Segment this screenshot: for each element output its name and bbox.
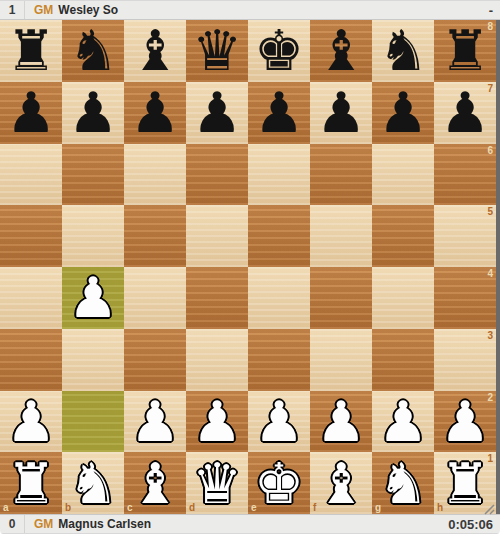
file-label-c: c: [127, 503, 133, 513]
square-f7[interactable]: ♟: [310, 82, 372, 144]
square-h3[interactable]: 3: [434, 329, 496, 391]
square-b8[interactable]: ♞: [62, 20, 124, 82]
square-d7[interactable]: ♟: [186, 82, 248, 144]
top-player-clock: -: [489, 3, 500, 18]
piece-white-pawn[interactable]: ♟: [192, 391, 242, 452]
piece-black-knight[interactable]: ♞: [68, 20, 118, 81]
square-a8[interactable]: ♜: [0, 20, 62, 82]
square-f8[interactable]: ♝: [310, 20, 372, 82]
square-d4[interactable]: [186, 267, 248, 329]
rank-label-6: 6: [487, 146, 493, 156]
top-player-name: Wesley So: [58, 3, 118, 17]
square-b1[interactable]: b♞: [62, 452, 124, 514]
piece-black-bishop[interactable]: ♝: [130, 20, 180, 81]
bottom-player-clock: 0:05:06: [448, 517, 500, 532]
square-c3[interactable]: [124, 329, 186, 391]
square-g7[interactable]: ♟: [372, 82, 434, 144]
square-d1[interactable]: d♛: [186, 452, 248, 514]
rank-label-3: 3: [487, 331, 493, 341]
piece-white-bishop[interactable]: ♝: [316, 453, 366, 514]
square-d6[interactable]: [186, 144, 248, 206]
rank-label-2: 2: [487, 393, 493, 403]
square-f6[interactable]: [310, 144, 372, 206]
square-e3[interactable]: [248, 329, 310, 391]
file-label-b: b: [65, 503, 71, 513]
chess-app-window: 1 GM Wesley So - ♜♞♝♛♚♝♞8♜♟♟♟♟♟♟♟7♟65♟43…: [0, 0, 500, 534]
square-h7[interactable]: 7♟: [434, 82, 496, 144]
piece-black-king[interactable]: ♚: [254, 20, 304, 81]
square-h5[interactable]: 5: [434, 205, 496, 267]
square-d5[interactable]: [186, 205, 248, 267]
file-label-f: f: [313, 503, 316, 513]
piece-white-pawn[interactable]: ♟: [378, 391, 428, 452]
piece-white-pawn[interactable]: ♟: [254, 391, 304, 452]
square-e8[interactable]: ♚: [248, 20, 310, 82]
square-h6[interactable]: 6: [434, 144, 496, 206]
piece-black-queen[interactable]: ♛: [192, 20, 242, 81]
square-h2[interactable]: 2♟: [434, 391, 496, 453]
square-c4[interactable]: [124, 267, 186, 329]
rank-label-5: 5: [487, 207, 493, 217]
piece-white-queen[interactable]: ♛: [192, 453, 242, 514]
piece-black-pawn[interactable]: ♟: [254, 82, 304, 143]
file-label-a: a: [3, 503, 9, 513]
square-f4[interactable]: [310, 267, 372, 329]
bottom-player-title: GM: [34, 517, 53, 531]
rank-label-7: 7: [487, 84, 493, 94]
piece-white-king[interactable]: ♚: [254, 453, 304, 514]
piece-white-knight[interactable]: ♞: [378, 453, 428, 514]
bottom-player-bar: 0 GM Magnus Carlsen 0:05:06: [0, 514, 500, 534]
square-c1[interactable]: c♝: [124, 452, 186, 514]
piece-white-pawn[interactable]: ♟: [68, 267, 118, 328]
bottom-player-score: 0: [0, 515, 25, 533]
piece-white-bishop[interactable]: ♝: [130, 453, 180, 514]
square-a7[interactable]: ♟: [0, 82, 62, 144]
top-player-score: 1: [0, 1, 25, 19]
square-g4[interactable]: [372, 267, 434, 329]
square-f5[interactable]: [310, 205, 372, 267]
square-c8[interactable]: ♝: [124, 20, 186, 82]
rank-label-8: 8: [487, 22, 493, 32]
rank-label-1: 1: [487, 454, 493, 464]
piece-black-pawn[interactable]: ♟: [316, 82, 366, 143]
square-f1[interactable]: f♝: [310, 452, 372, 514]
square-a3[interactable]: [0, 329, 62, 391]
square-g8[interactable]: ♞: [372, 20, 434, 82]
piece-black-pawn[interactable]: ♟: [378, 82, 428, 143]
square-a6[interactable]: [0, 144, 62, 206]
piece-black-rook[interactable]: ♜: [6, 20, 56, 81]
square-g3[interactable]: [372, 329, 434, 391]
square-c2[interactable]: ♟: [124, 391, 186, 453]
top-player-bar: 1 GM Wesley So -: [0, 0, 500, 20]
square-a2[interactable]: ♟: [0, 391, 62, 453]
piece-white-pawn[interactable]: ♟: [6, 391, 56, 452]
square-h8[interactable]: 8♜: [434, 20, 496, 82]
square-b7[interactable]: ♟: [62, 82, 124, 144]
file-label-h: h: [437, 503, 443, 513]
square-d2[interactable]: ♟: [186, 391, 248, 453]
bottom-player-name: Magnus Carlsen: [58, 517, 151, 531]
square-e4[interactable]: [248, 267, 310, 329]
square-e6[interactable]: [248, 144, 310, 206]
piece-black-pawn[interactable]: ♟: [192, 82, 242, 143]
square-d3[interactable]: [186, 329, 248, 391]
resize-grip-icon[interactable]: [483, 501, 495, 513]
square-c6[interactable]: [124, 144, 186, 206]
square-b2[interactable]: [62, 391, 124, 453]
piece-black-rook[interactable]: ♜: [440, 20, 490, 81]
square-g5[interactable]: [372, 205, 434, 267]
square-e7[interactable]: ♟: [248, 82, 310, 144]
square-c7[interactable]: ♟: [124, 82, 186, 144]
piece-black-pawn[interactable]: ♟: [130, 82, 180, 143]
square-e2[interactable]: ♟: [248, 391, 310, 453]
square-e5[interactable]: [248, 205, 310, 267]
piece-black-knight[interactable]: ♞: [378, 20, 428, 81]
piece-black-bishop[interactable]: ♝: [316, 20, 366, 81]
square-a5[interactable]: [0, 205, 62, 267]
board-grid[interactable]: ♜♞♝♛♚♝♞8♜♟♟♟♟♟♟♟7♟65♟43♟♟♟♟♟♟2♟a♜b♞c♝d♛e…: [0, 20, 496, 514]
square-e1[interactable]: e♚: [248, 452, 310, 514]
square-h4[interactable]: 4: [434, 267, 496, 329]
piece-white-pawn[interactable]: ♟: [130, 391, 180, 452]
square-f3[interactable]: [310, 329, 372, 391]
square-d8[interactable]: ♛: [186, 20, 248, 82]
file-label-d: d: [189, 503, 195, 513]
piece-black-pawn[interactable]: ♟: [68, 82, 118, 143]
square-g6[interactable]: [372, 144, 434, 206]
square-a4[interactable]: [0, 267, 62, 329]
piece-white-knight[interactable]: ♞: [68, 453, 118, 514]
rank-label-4: 4: [487, 269, 493, 279]
piece-black-pawn[interactable]: ♟: [440, 82, 490, 143]
piece-black-pawn[interactable]: ♟: [6, 82, 56, 143]
square-b6[interactable]: [62, 144, 124, 206]
file-label-g: g: [375, 503, 381, 513]
square-b3[interactable]: [62, 329, 124, 391]
piece-white-pawn[interactable]: ♟: [440, 391, 490, 452]
square-c5[interactable]: [124, 205, 186, 267]
square-g2[interactable]: ♟: [372, 391, 434, 453]
square-a1[interactable]: a♜: [0, 452, 62, 514]
square-g1[interactable]: g♞: [372, 452, 434, 514]
piece-white-pawn[interactable]: ♟: [316, 391, 366, 452]
file-label-e: e: [251, 503, 257, 513]
chess-board[interactable]: ♜♞♝♛♚♝♞8♜♟♟♟♟♟♟♟7♟65♟43♟♟♟♟♟♟2♟a♜b♞c♝d♛e…: [0, 20, 500, 514]
square-f2[interactable]: ♟: [310, 391, 372, 453]
piece-white-rook[interactable]: ♜: [6, 453, 56, 514]
square-b5[interactable]: [62, 205, 124, 267]
board-right-edge: [496, 20, 500, 514]
top-player-title: GM: [34, 3, 53, 17]
square-b4[interactable]: ♟: [62, 267, 124, 329]
